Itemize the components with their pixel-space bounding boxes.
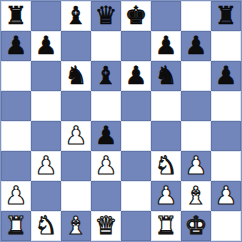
white-pawn-piece[interactable]: ♟ (95, 153, 117, 178)
square-g2[interactable]: ♝ (181, 181, 211, 211)
square-d5[interactable] (91, 91, 121, 121)
black-pawn-piece[interactable]: ♟ (185, 33, 207, 58)
square-h6[interactable]: ♟ (211, 61, 241, 91)
square-a4[interactable] (1, 121, 31, 151)
square-c5[interactable] (61, 91, 91, 121)
black-rook-piece[interactable]: ♜ (5, 3, 27, 28)
square-g5[interactable] (181, 91, 211, 121)
white-pawn-piece[interactable]: ♟ (35, 153, 57, 178)
black-knight-piece[interactable]: ♞ (155, 63, 177, 88)
square-a1[interactable]: ♜ (1, 211, 31, 241)
square-f4[interactable] (151, 121, 181, 151)
square-c4[interactable]: ♟ (61, 121, 91, 151)
square-d2[interactable] (91, 181, 121, 211)
black-pawn-piece[interactable]: ♟ (35, 33, 57, 58)
black-pawn-piece[interactable]: ♟ (5, 33, 27, 58)
square-c6[interactable]: ♞ (61, 61, 91, 91)
square-e8[interactable]: ♚ (121, 1, 151, 31)
white-bishop-piece[interactable]: ♝ (185, 183, 207, 208)
square-c1[interactable]: ♝ (61, 211, 91, 241)
square-b1[interactable]: ♞ (31, 211, 61, 241)
square-d6[interactable]: ♝ (91, 61, 121, 91)
black-bishop-piece[interactable]: ♝ (65, 3, 87, 28)
square-g4[interactable] (181, 121, 211, 151)
square-e5[interactable] (121, 91, 151, 121)
white-queen-piece[interactable]: ♛ (95, 213, 117, 238)
black-rook-piece[interactable]: ♜ (215, 3, 237, 28)
square-h5[interactable] (211, 91, 241, 121)
black-knight-piece[interactable]: ♞ (65, 63, 87, 88)
square-b5[interactable] (31, 91, 61, 121)
square-c2[interactable] (61, 181, 91, 211)
square-g3[interactable]: ♟ (181, 151, 211, 181)
square-e6[interactable]: ♟ (121, 61, 151, 91)
square-e2[interactable] (121, 181, 151, 211)
square-b2[interactable] (31, 181, 61, 211)
white-rook-piece[interactable]: ♜ (155, 213, 177, 238)
black-pawn-piece[interactable]: ♟ (95, 123, 117, 148)
square-f1[interactable]: ♜ (151, 211, 181, 241)
square-f3[interactable]: ♞ (151, 151, 181, 181)
square-f6[interactable]: ♞ (151, 61, 181, 91)
black-pawn-piece[interactable]: ♟ (125, 63, 147, 88)
black-pawn-piece[interactable]: ♟ (215, 63, 237, 88)
white-knight-piece[interactable]: ♞ (35, 213, 57, 238)
square-a7[interactable]: ♟ (1, 31, 31, 61)
square-g8[interactable] (181, 1, 211, 31)
square-a2[interactable]: ♟ (1, 181, 31, 211)
square-c8[interactable]: ♝ (61, 1, 91, 31)
square-a3[interactable] (1, 151, 31, 181)
square-g7[interactable]: ♟ (181, 31, 211, 61)
square-d7[interactable] (91, 31, 121, 61)
white-king-piece[interactable]: ♚ (185, 213, 207, 238)
square-d8[interactable]: ♛ (91, 1, 121, 31)
square-h3[interactable] (211, 151, 241, 181)
square-c7[interactable] (61, 31, 91, 61)
square-g6[interactable] (181, 61, 211, 91)
square-b7[interactable]: ♟ (31, 31, 61, 61)
square-e3[interactable] (121, 151, 151, 181)
square-d4[interactable]: ♟ (91, 121, 121, 151)
square-c3[interactable] (61, 151, 91, 181)
white-pawn-piece[interactable]: ♟ (215, 183, 237, 208)
white-pawn-piece[interactable]: ♟ (155, 183, 177, 208)
square-f2[interactable]: ♟ (151, 181, 181, 211)
square-h7[interactable] (211, 31, 241, 61)
white-rook-piece[interactable]: ♜ (5, 213, 27, 238)
square-a5[interactable] (1, 91, 31, 121)
square-b3[interactable]: ♟ (31, 151, 61, 181)
square-h1[interactable] (211, 211, 241, 241)
square-f7[interactable]: ♟ (151, 31, 181, 61)
black-bishop-piece[interactable]: ♝ (95, 63, 117, 88)
square-e7[interactable] (121, 31, 151, 61)
square-h4[interactable] (211, 121, 241, 151)
square-b6[interactable] (31, 61, 61, 91)
square-d3[interactable]: ♟ (91, 151, 121, 181)
square-d1[interactable]: ♛ (91, 211, 121, 241)
black-king-piece[interactable]: ♚ (125, 3, 147, 28)
square-e1[interactable] (121, 211, 151, 241)
square-e4[interactable] (121, 121, 151, 151)
square-f5[interactable] (151, 91, 181, 121)
square-a6[interactable] (1, 61, 31, 91)
black-queen-piece[interactable]: ♛ (95, 3, 117, 28)
chess-board: ♜♝♛♚♜♟♟♟♟♞♝♟♞♟♟♟♟♟♞♟♟♟♝♟♜♞♝♛♜♚ (0, 0, 242, 242)
black-pawn-piece[interactable]: ♟ (155, 33, 177, 58)
square-f8[interactable] (151, 1, 181, 31)
square-a8[interactable]: ♜ (1, 1, 31, 31)
square-b8[interactable] (31, 1, 61, 31)
white-pawn-piece[interactable]: ♟ (185, 153, 207, 178)
square-h2[interactable]: ♟ (211, 181, 241, 211)
white-knight-piece[interactable]: ♞ (155, 153, 177, 178)
square-h8[interactable]: ♜ (211, 1, 241, 31)
square-b4[interactable] (31, 121, 61, 151)
white-bishop-piece[interactable]: ♝ (65, 213, 87, 238)
white-pawn-piece[interactable]: ♟ (5, 183, 27, 208)
square-g1[interactable]: ♚ (181, 211, 211, 241)
white-pawn-piece[interactable]: ♟ (65, 123, 87, 148)
